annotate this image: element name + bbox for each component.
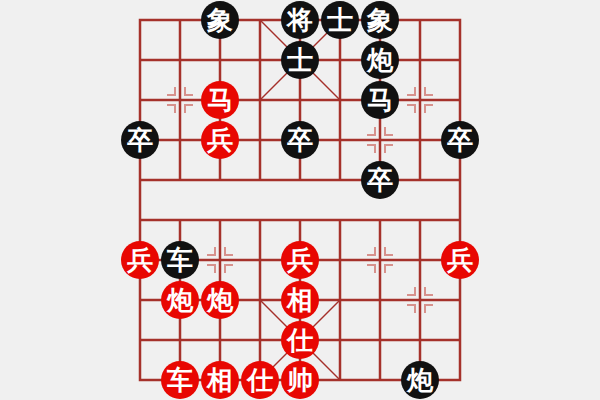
- piece-red-horse[interactable]: 马: [201, 81, 239, 119]
- piece-black-cannon[interactable]: 炮: [401, 361, 439, 399]
- piece-red-cannon[interactable]: 炮: [201, 281, 239, 319]
- piece-black-general[interactable]: 将: [281, 1, 319, 39]
- piece-red-advisor[interactable]: 仕: [241, 361, 279, 399]
- piece-black-chariot[interactable]: 车: [161, 241, 199, 279]
- piece-red-advisor[interactable]: 仕: [281, 321, 319, 359]
- piece-black-soldier[interactable]: 卒: [281, 121, 319, 159]
- piece-black-elephant[interactable]: 象: [201, 1, 239, 39]
- board[interactable]: 象将士象士炮马马卒兵卒卒卒兵车兵兵炮炮相仕车相仕帅炮: [120, 0, 480, 400]
- piece-black-horse[interactable]: 马: [361, 81, 399, 119]
- piece-red-soldier[interactable]: 兵: [121, 241, 159, 279]
- piece-red-general[interactable]: 帅: [281, 361, 319, 399]
- piece-black-cannon[interactable]: 炮: [361, 41, 399, 79]
- piece-black-soldier[interactable]: 卒: [121, 121, 159, 159]
- xiangqi-screenshot: 象将士象士炮马马卒兵卒卒卒兵车兵兵炮炮相仕车相仕帅炮: [0, 0, 600, 400]
- piece-black-advisor[interactable]: 士: [321, 1, 359, 39]
- piece-black-elephant[interactable]: 象: [361, 1, 399, 39]
- piece-red-elephant[interactable]: 相: [281, 281, 319, 319]
- piece-black-soldier[interactable]: 卒: [441, 121, 479, 159]
- piece-red-elephant[interactable]: 相: [201, 361, 239, 399]
- piece-black-soldier[interactable]: 卒: [361, 161, 399, 199]
- piece-red-soldier[interactable]: 兵: [201, 121, 239, 159]
- piece-red-chariot[interactable]: 车: [161, 361, 199, 399]
- piece-red-soldier[interactable]: 兵: [441, 241, 479, 279]
- piece-red-soldier[interactable]: 兵: [281, 241, 319, 279]
- piece-black-advisor[interactable]: 士: [281, 41, 319, 79]
- piece-red-cannon[interactable]: 炮: [161, 281, 199, 319]
